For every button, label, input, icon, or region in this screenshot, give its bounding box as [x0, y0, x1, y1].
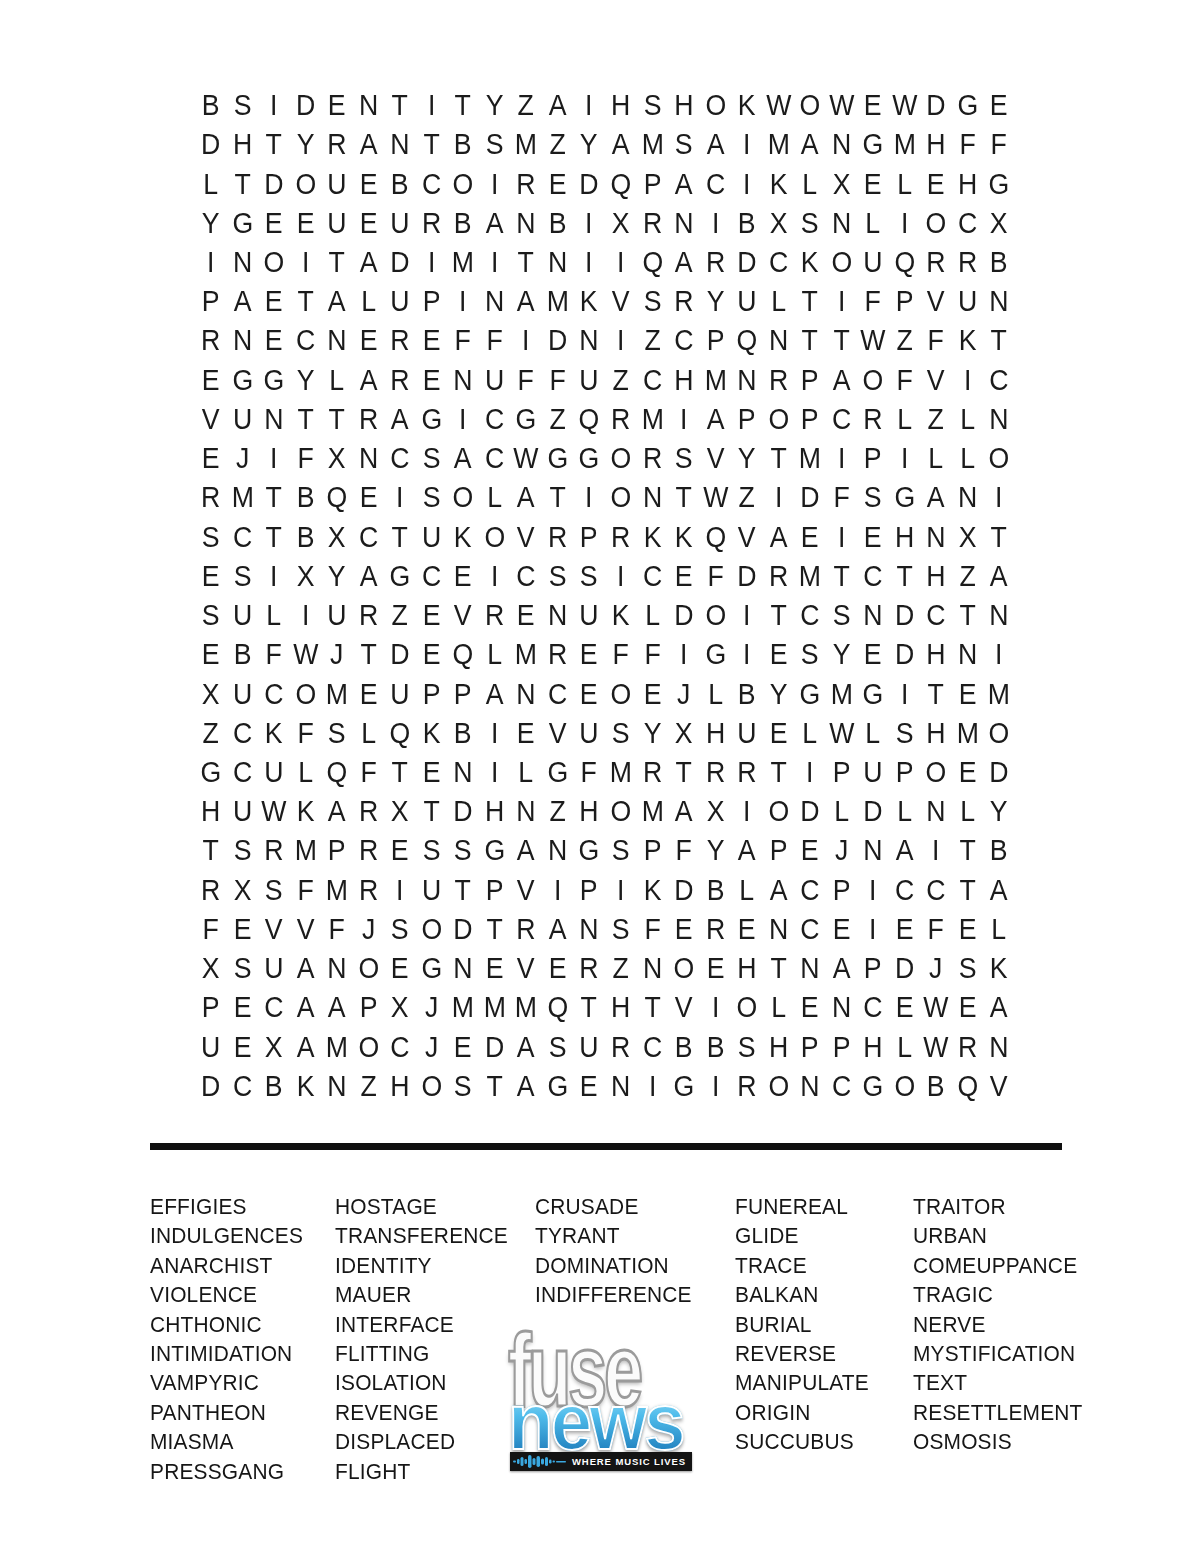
grid-cell[interactable]: O	[259, 243, 288, 282]
grid-cell[interactable]: S	[638, 86, 667, 125]
grid-cell[interactable]: R	[732, 753, 761, 792]
grid-cell[interactable]: E	[764, 635, 793, 674]
grid-cell[interactable]: W	[259, 792, 288, 831]
grid-cell[interactable]: C	[228, 1067, 257, 1106]
grid-cell[interactable]: A	[480, 674, 509, 713]
grid-cell[interactable]: A	[385, 400, 414, 439]
grid-cell[interactable]: G	[575, 831, 604, 870]
grid-cell[interactable]: T	[259, 478, 288, 517]
grid-cell[interactable]: N	[543, 596, 572, 635]
grid-cell[interactable]: S	[795, 635, 824, 674]
grid-cell[interactable]: F	[259, 635, 288, 674]
grid-cell[interactable]: D	[385, 635, 414, 674]
grid-cell[interactable]: T	[669, 753, 698, 792]
grid-cell[interactable]: F	[291, 439, 320, 478]
grid-cell[interactable]: O	[701, 596, 730, 635]
grid-cell[interactable]: G	[385, 557, 414, 596]
grid-cell[interactable]: I	[480, 714, 509, 753]
grid-cell[interactable]: U	[575, 361, 604, 400]
grid-cell[interactable]: E	[953, 988, 982, 1027]
grid-cell[interactable]: K	[606, 596, 635, 635]
grid-cell[interactable]: D	[985, 753, 1014, 792]
grid-cell[interactable]: C	[480, 439, 509, 478]
grid-cell[interactable]: V	[196, 400, 225, 439]
grid-cell[interactable]: X	[322, 439, 351, 478]
grid-cell[interactable]: I	[827, 518, 856, 557]
grid-cell[interactable]: U	[575, 1028, 604, 1067]
grid-cell[interactable]: N	[512, 204, 541, 243]
grid-cell[interactable]: X	[764, 204, 793, 243]
grid-cell[interactable]: E	[259, 204, 288, 243]
grid-cell[interactable]: A	[354, 557, 383, 596]
grid-cell[interactable]: P	[354, 988, 383, 1027]
grid-cell[interactable]: O	[417, 910, 446, 949]
grid-cell[interactable]: U	[322, 596, 351, 635]
grid-cell[interactable]: Z	[512, 86, 541, 125]
grid-cell[interactable]: U	[859, 753, 888, 792]
grid-cell[interactable]: T	[827, 557, 856, 596]
grid-cell[interactable]: S	[480, 125, 509, 164]
grid-cell[interactable]: E	[575, 635, 604, 674]
grid-cell[interactable]: S	[669, 439, 698, 478]
grid-cell[interactable]: I	[985, 635, 1014, 674]
grid-cell[interactable]: U	[196, 1028, 225, 1067]
grid-cell[interactable]: R	[385, 321, 414, 360]
grid-cell[interactable]: N	[449, 753, 478, 792]
grid-cell[interactable]: L	[890, 792, 919, 831]
grid-cell[interactable]: C	[827, 400, 856, 439]
grid-cell[interactable]: H	[606, 86, 635, 125]
grid-cell[interactable]: J	[417, 1028, 446, 1067]
grid-cell[interactable]: I	[732, 635, 761, 674]
grid-cell[interactable]: E	[354, 204, 383, 243]
grid-cell[interactable]: U	[385, 282, 414, 321]
grid-cell[interactable]: S	[322, 714, 351, 753]
grid-cell[interactable]: K	[732, 86, 761, 125]
grid-cell[interactable]: E	[859, 86, 888, 125]
grid-cell[interactable]: N	[985, 282, 1014, 321]
grid-cell[interactable]: I	[638, 1067, 667, 1106]
grid-cell[interactable]: N	[638, 478, 667, 517]
grid-cell[interactable]: G	[701, 635, 730, 674]
grid-cell[interactable]: P	[701, 321, 730, 360]
grid-cell[interactable]: R	[385, 361, 414, 400]
grid-cell[interactable]: N	[953, 635, 982, 674]
grid-cell[interactable]: J	[228, 439, 257, 478]
grid-cell[interactable]: F	[890, 361, 919, 400]
grid-cell[interactable]: O	[669, 949, 698, 988]
grid-cell[interactable]: X	[228, 871, 257, 910]
grid-cell[interactable]: S	[196, 518, 225, 557]
grid-cell[interactable]: P	[417, 674, 446, 713]
grid-cell[interactable]: C	[669, 321, 698, 360]
grid-cell[interactable]: M	[985, 674, 1014, 713]
grid-cell[interactable]: F	[512, 361, 541, 400]
grid-cell[interactable]: S	[417, 478, 446, 517]
grid-cell[interactable]: S	[606, 831, 635, 870]
grid-cell[interactable]: L	[795, 714, 824, 753]
grid-cell[interactable]: C	[859, 557, 888, 596]
grid-cell[interactable]: Y	[701, 831, 730, 870]
grid-cell[interactable]: O	[859, 361, 888, 400]
grid-cell[interactable]: O	[922, 204, 951, 243]
grid-cell[interactable]: A	[669, 164, 698, 203]
grid-cell[interactable]: N	[322, 321, 351, 360]
grid-cell[interactable]: R	[669, 282, 698, 321]
grid-cell[interactable]: T	[764, 949, 793, 988]
grid-cell[interactable]: N	[859, 831, 888, 870]
grid-cell[interactable]: S	[606, 910, 635, 949]
grid-cell[interactable]: P	[732, 400, 761, 439]
grid-cell[interactable]: F	[291, 714, 320, 753]
grid-cell[interactable]: V	[985, 1067, 1014, 1106]
grid-cell[interactable]: R	[543, 518, 572, 557]
grid-cell[interactable]: O	[606, 478, 635, 517]
grid-cell[interactable]: L	[985, 910, 1014, 949]
grid-cell[interactable]: A	[480, 204, 509, 243]
grid-cell[interactable]: L	[890, 164, 919, 203]
grid-cell[interactable]: S	[417, 439, 446, 478]
grid-cell[interactable]: G	[417, 949, 446, 988]
grid-cell[interactable]: E	[953, 910, 982, 949]
grid-cell[interactable]: E	[795, 988, 824, 1027]
grid-cell[interactable]: A	[543, 86, 572, 125]
grid-cell[interactable]: I	[890, 674, 919, 713]
grid-cell[interactable]: E	[417, 635, 446, 674]
grid-cell[interactable]: R	[859, 400, 888, 439]
grid-cell[interactable]: C	[417, 557, 446, 596]
grid-cell[interactable]: S	[385, 910, 414, 949]
grid-cell[interactable]: M	[449, 988, 478, 1027]
grid-cell[interactable]: O	[291, 674, 320, 713]
grid-cell[interactable]: H	[701, 714, 730, 753]
grid-cell[interactable]: Q	[638, 243, 667, 282]
grid-cell[interactable]: T	[196, 831, 225, 870]
grid-cell[interactable]: R	[953, 1028, 982, 1067]
grid-cell[interactable]: H	[764, 1028, 793, 1067]
grid-cell[interactable]: F	[196, 910, 225, 949]
grid-cell[interactable]: I	[259, 439, 288, 478]
grid-cell[interactable]: H	[196, 792, 225, 831]
grid-cell[interactable]: D	[543, 321, 572, 360]
grid-cell[interactable]: N	[922, 518, 951, 557]
grid-cell[interactable]: N	[985, 596, 1014, 635]
grid-cell[interactable]: D	[795, 478, 824, 517]
grid-cell[interactable]: O	[764, 400, 793, 439]
grid-cell[interactable]: E	[575, 674, 604, 713]
grid-cell[interactable]: L	[890, 400, 919, 439]
grid-cell[interactable]: L	[795, 164, 824, 203]
grid-cell[interactable]: L	[859, 204, 888, 243]
grid-cell[interactable]: K	[638, 871, 667, 910]
grid-cell[interactable]: G	[890, 478, 919, 517]
grid-cell[interactable]: A	[795, 125, 824, 164]
grid-cell[interactable]: I	[859, 871, 888, 910]
grid-cell[interactable]: M	[827, 674, 856, 713]
grid-cell[interactable]: S	[449, 831, 478, 870]
grid-cell[interactable]: K	[291, 792, 320, 831]
grid-cell[interactable]: R	[354, 871, 383, 910]
grid-cell[interactable]: C	[890, 871, 919, 910]
grid-cell[interactable]: U	[228, 792, 257, 831]
grid-cell[interactable]: Q	[606, 164, 635, 203]
grid-cell[interactable]: T	[985, 518, 1014, 557]
grid-cell[interactable]: E	[385, 949, 414, 988]
grid-cell[interactable]: O	[291, 164, 320, 203]
grid-cell[interactable]: N	[322, 1067, 351, 1106]
grid-cell[interactable]: O	[701, 86, 730, 125]
grid-cell[interactable]: E	[543, 164, 572, 203]
grid-cell[interactable]: N	[795, 1067, 824, 1106]
grid-cell[interactable]: I	[606, 243, 635, 282]
grid-cell[interactable]: M	[480, 988, 509, 1027]
grid-cell[interactable]: A	[669, 792, 698, 831]
grid-cell[interactable]: L	[922, 439, 951, 478]
grid-cell[interactable]: A	[985, 988, 1014, 1027]
grid-cell[interactable]: U	[953, 282, 982, 321]
grid-cell[interactable]: K	[575, 282, 604, 321]
grid-cell[interactable]: E	[512, 714, 541, 753]
grid-cell[interactable]: Y	[985, 792, 1014, 831]
grid-cell[interactable]: Y	[322, 557, 351, 596]
grid-cell[interactable]: R	[322, 125, 351, 164]
grid-cell[interactable]: E	[417, 321, 446, 360]
grid-cell[interactable]: D	[732, 557, 761, 596]
grid-cell[interactable]: L	[701, 674, 730, 713]
grid-cell[interactable]: R	[259, 831, 288, 870]
grid-cell[interactable]: W	[922, 988, 951, 1027]
grid-cell[interactable]: C	[922, 871, 951, 910]
grid-cell[interactable]: Q	[575, 400, 604, 439]
grid-cell[interactable]: G	[196, 753, 225, 792]
grid-cell[interactable]: E	[196, 635, 225, 674]
grid-cell[interactable]: I	[922, 831, 951, 870]
grid-cell[interactable]: T	[322, 400, 351, 439]
grid-cell[interactable]: P	[795, 361, 824, 400]
grid-cell[interactable]: V	[606, 282, 635, 321]
grid-cell[interactable]: F	[638, 910, 667, 949]
grid-cell[interactable]: D	[732, 243, 761, 282]
grid-cell[interactable]: B	[449, 204, 478, 243]
grid-cell[interactable]: I	[480, 557, 509, 596]
grid-cell[interactable]: J	[922, 949, 951, 988]
grid-cell[interactable]: K	[985, 949, 1014, 988]
grid-cell[interactable]: P	[575, 871, 604, 910]
grid-cell[interactable]: C	[259, 988, 288, 1027]
grid-cell[interactable]: G	[953, 86, 982, 125]
grid-cell[interactable]: I	[575, 204, 604, 243]
grid-cell[interactable]: D	[669, 596, 698, 635]
grid-cell[interactable]: E	[795, 831, 824, 870]
grid-cell[interactable]: N	[795, 949, 824, 988]
grid-cell[interactable]: X	[669, 714, 698, 753]
grid-cell[interactable]: A	[512, 1067, 541, 1106]
grid-cell[interactable]: W	[827, 714, 856, 753]
grid-cell[interactable]: M	[890, 125, 919, 164]
grid-cell[interactable]: N	[764, 321, 793, 360]
grid-cell[interactable]: O	[890, 1067, 919, 1106]
grid-cell[interactable]: L	[480, 635, 509, 674]
grid-cell[interactable]: T	[259, 518, 288, 557]
grid-cell[interactable]: M	[512, 635, 541, 674]
grid-cell[interactable]: R	[606, 518, 635, 557]
grid-cell[interactable]: G	[480, 831, 509, 870]
grid-cell[interactable]: N	[228, 243, 257, 282]
grid-cell[interactable]: C	[795, 910, 824, 949]
grid-cell[interactable]: M	[701, 361, 730, 400]
grid-cell[interactable]: E	[480, 949, 509, 988]
grid-cell[interactable]: V	[543, 714, 572, 753]
grid-cell[interactable]: Q	[449, 635, 478, 674]
grid-cell[interactable]: I	[732, 792, 761, 831]
grid-cell[interactable]: Q	[953, 1067, 982, 1106]
grid-cell[interactable]: U	[385, 674, 414, 713]
grid-cell[interactable]: T	[385, 86, 414, 125]
grid-cell[interactable]: E	[890, 910, 919, 949]
grid-cell[interactable]: M	[795, 557, 824, 596]
grid-cell[interactable]: N	[985, 1028, 1014, 1067]
grid-cell[interactable]: C	[385, 439, 414, 478]
grid-cell[interactable]: N	[575, 321, 604, 360]
grid-cell[interactable]: G	[795, 674, 824, 713]
grid-cell[interactable]: R	[354, 400, 383, 439]
grid-cell[interactable]: R	[606, 1028, 635, 1067]
grid-cell[interactable]: D	[291, 86, 320, 125]
grid-cell[interactable]: T	[953, 831, 982, 870]
grid-cell[interactable]: E	[417, 361, 446, 400]
grid-cell[interactable]: I	[732, 596, 761, 635]
grid-cell[interactable]: V	[512, 949, 541, 988]
grid-cell[interactable]: L	[291, 753, 320, 792]
grid-cell[interactable]: H	[228, 125, 257, 164]
grid-cell[interactable]: S	[795, 204, 824, 243]
grid-cell[interactable]: U	[417, 871, 446, 910]
grid-cell[interactable]: E	[859, 518, 888, 557]
grid-cell[interactable]: O	[606, 674, 635, 713]
grid-cell[interactable]: A	[827, 949, 856, 988]
grid-cell[interactable]: B	[449, 714, 478, 753]
grid-cell[interactable]: B	[196, 86, 225, 125]
grid-cell[interactable]: D	[890, 596, 919, 635]
grid-cell[interactable]: E	[795, 518, 824, 557]
grid-cell[interactable]: O	[922, 753, 951, 792]
grid-cell[interactable]: S	[259, 871, 288, 910]
grid-cell[interactable]: U	[228, 400, 257, 439]
grid-cell[interactable]: I	[480, 243, 509, 282]
grid-cell[interactable]: P	[859, 439, 888, 478]
grid-cell[interactable]: F	[827, 478, 856, 517]
grid-cell[interactable]: G	[985, 164, 1014, 203]
grid-cell[interactable]: Q	[701, 518, 730, 557]
grid-cell[interactable]: T	[575, 988, 604, 1027]
grid-cell[interactable]: R	[575, 949, 604, 988]
grid-cell[interactable]: T	[417, 125, 446, 164]
grid-cell[interactable]: O	[764, 792, 793, 831]
grid-cell[interactable]: V	[669, 988, 698, 1027]
grid-cell[interactable]: E	[354, 478, 383, 517]
grid-cell[interactable]: Z	[543, 792, 572, 831]
grid-cell[interactable]: K	[417, 714, 446, 753]
grid-cell[interactable]: V	[291, 910, 320, 949]
grid-cell[interactable]: S	[543, 1028, 572, 1067]
grid-cell[interactable]: M	[322, 674, 351, 713]
grid-cell[interactable]: S	[575, 557, 604, 596]
grid-cell[interactable]: M	[291, 831, 320, 870]
grid-cell[interactable]: L	[638, 596, 667, 635]
grid-cell[interactable]: Y	[764, 674, 793, 713]
grid-cell[interactable]: I	[827, 439, 856, 478]
grid-cell[interactable]: S	[228, 557, 257, 596]
grid-cell[interactable]: A	[985, 871, 1014, 910]
grid-cell[interactable]: K	[764, 164, 793, 203]
grid-cell[interactable]: Z	[890, 321, 919, 360]
grid-cell[interactable]: Y	[575, 125, 604, 164]
grid-cell[interactable]: S	[732, 1028, 761, 1067]
grid-cell[interactable]: E	[512, 596, 541, 635]
grid-cell[interactable]: I	[575, 243, 604, 282]
grid-cell[interactable]: S	[228, 831, 257, 870]
grid-cell[interactable]: I	[890, 204, 919, 243]
grid-cell[interactable]: Q	[322, 478, 351, 517]
grid-cell[interactable]: K	[259, 714, 288, 753]
grid-cell[interactable]: I	[385, 478, 414, 517]
grid-cell[interactable]: X	[196, 949, 225, 988]
grid-cell[interactable]: Y	[732, 439, 761, 478]
grid-cell[interactable]: U	[480, 361, 509, 400]
grid-cell[interactable]: P	[859, 949, 888, 988]
grid-cell[interactable]: T	[417, 792, 446, 831]
grid-cell[interactable]: E	[354, 321, 383, 360]
grid-cell[interactable]: C	[228, 714, 257, 753]
grid-cell[interactable]: N	[228, 321, 257, 360]
grid-cell[interactable]: R	[196, 871, 225, 910]
grid-cell[interactable]: T	[512, 243, 541, 282]
grid-cell[interactable]: U	[322, 204, 351, 243]
grid-cell[interactable]: X	[606, 204, 635, 243]
grid-cell[interactable]: A	[701, 400, 730, 439]
grid-cell[interactable]: G	[859, 1067, 888, 1106]
grid-cell[interactable]: V	[922, 361, 951, 400]
grid-cell[interactable]: X	[196, 674, 225, 713]
grid-cell[interactable]: T	[480, 1067, 509, 1106]
grid-cell[interactable]: A	[512, 478, 541, 517]
grid-cell[interactable]: R	[638, 439, 667, 478]
grid-cell[interactable]: S	[449, 1067, 478, 1106]
grid-cell[interactable]: L	[953, 792, 982, 831]
grid-cell[interactable]: N	[922, 792, 951, 831]
grid-cell[interactable]: I	[417, 243, 446, 282]
grid-cell[interactable]: N	[764, 910, 793, 949]
grid-cell[interactable]: N	[322, 949, 351, 988]
grid-cell[interactable]: F	[922, 321, 951, 360]
grid-cell[interactable]: I	[701, 1067, 730, 1106]
grid-cell[interactable]: K	[638, 518, 667, 557]
grid-cell[interactable]: T	[953, 596, 982, 635]
grid-cell[interactable]: I	[606, 557, 635, 596]
grid-cell[interactable]: E	[859, 635, 888, 674]
grid-cell[interactable]: A	[291, 949, 320, 988]
grid-cell[interactable]: J	[354, 910, 383, 949]
grid-cell[interactable]: C	[354, 518, 383, 557]
grid-cell[interactable]: T	[291, 400, 320, 439]
grid-cell[interactable]: S	[543, 557, 572, 596]
grid-cell[interactable]: M	[512, 988, 541, 1027]
grid-cell[interactable]: F	[322, 910, 351, 949]
grid-cell[interactable]: W	[890, 86, 919, 125]
grid-cell[interactable]: L	[764, 988, 793, 1027]
grid-cell[interactable]: M	[638, 400, 667, 439]
grid-cell[interactable]: I	[795, 753, 824, 792]
